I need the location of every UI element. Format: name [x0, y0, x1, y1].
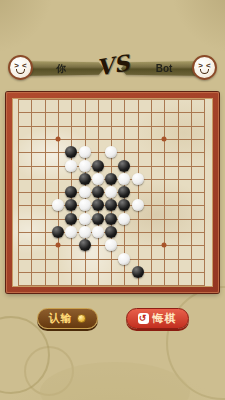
white-stone: [118, 213, 130, 225]
action-button-row: 认输 ↺ 悔棋: [0, 308, 225, 329]
white-stone: [65, 226, 77, 238]
black-stone: [65, 213, 77, 225]
cloud-swirl-decoration: [166, 286, 225, 400]
gomoku-app: 你 Bot VS > < > <: [0, 0, 225, 400]
right-eye: <: [22, 62, 27, 69]
left-eye: >: [14, 62, 19, 69]
gomoku-board-grid[interactable]: [18, 99, 205, 286]
squint-laugh-face-icon: > <: [194, 57, 215, 78]
white-stone: [79, 199, 91, 211]
black-stone: [65, 146, 77, 158]
board-frame: [6, 92, 219, 293]
white-stone: [79, 226, 91, 238]
star-point: [162, 136, 167, 141]
black-stone: [105, 173, 117, 185]
white-stone: [132, 199, 144, 211]
white-stone: [65, 160, 77, 172]
black-stone: [92, 186, 104, 198]
board-surface: [12, 98, 213, 287]
squint-laugh-face-icon: > <: [10, 57, 31, 78]
black-stone: [92, 160, 104, 172]
right-eye: <: [206, 62, 211, 69]
right-player-avatar: > <: [192, 55, 217, 80]
white-stone: [52, 199, 64, 211]
black-stone: [79, 173, 91, 185]
black-stone: [118, 199, 130, 211]
black-stone: [105, 213, 117, 225]
star-point: [55, 243, 60, 248]
black-stone: [105, 199, 117, 211]
mouth: [200, 69, 209, 74]
star-point: [162, 243, 167, 248]
undo-button-label: 悔棋: [153, 311, 177, 326]
white-stone: [118, 253, 130, 265]
left-player-avatar: > <: [8, 55, 33, 80]
black-stone: [92, 213, 104, 225]
black-stone: [105, 226, 117, 238]
white-stone: [105, 186, 117, 198]
undo-icon: ↺: [138, 313, 149, 324]
resign-button[interactable]: 认输: [37, 308, 98, 329]
vs-label: VS: [94, 49, 131, 80]
mouth: [16, 69, 25, 74]
undo-move-button[interactable]: ↺ 悔棋: [126, 308, 189, 329]
white-stone: [105, 239, 117, 251]
white-stone: [79, 213, 91, 225]
white-stone: [79, 186, 91, 198]
white-stone: [105, 146, 117, 158]
black-stone: [118, 186, 130, 198]
black-stone: [118, 160, 130, 172]
match-header: 你 Bot VS > < > <: [0, 52, 225, 86]
black-stone: [92, 199, 104, 211]
black-stone: [65, 186, 77, 198]
black-stone: [52, 226, 64, 238]
black-stone: [132, 266, 144, 278]
coin-icon: [77, 314, 86, 323]
white-stone: [79, 160, 91, 172]
white-stone: [92, 226, 104, 238]
white-stone: [132, 173, 144, 185]
white-stone: [92, 173, 104, 185]
star-point: [55, 136, 60, 141]
resign-button-label: 认输: [49, 311, 73, 326]
cloud-band-decoration: [40, 362, 190, 400]
black-stone: [65, 199, 77, 211]
white-stone: [79, 146, 91, 158]
left-eye: >: [198, 62, 203, 69]
cloud-swirl-decoration: [24, 346, 74, 396]
white-stone: [118, 173, 130, 185]
black-stone: [79, 239, 91, 251]
